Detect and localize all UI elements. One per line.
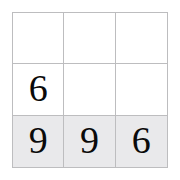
cell-value: 9 [80,121,99,159]
puzzle-board: 6 9 9 6 [12,12,168,168]
cell-r2c3[interactable] [116,64,167,115]
cell-r3c2[interactable]: 9 [64,116,115,167]
cell-value: 9 [29,121,48,159]
cell-value: 6 [29,69,48,107]
cell-value: 6 [132,121,151,159]
cell-r2c2[interactable] [64,64,115,115]
puzzle-canvas: 6 9 9 6 [0,0,180,180]
cell-r1c2[interactable] [64,13,115,64]
cell-r3c1[interactable]: 9 [13,116,64,167]
cell-r2c1[interactable]: 6 [13,64,64,115]
cell-r1c1[interactable] [13,13,64,64]
cell-r1c3[interactable] [116,13,167,64]
cell-r3c3[interactable]: 6 [116,116,167,167]
